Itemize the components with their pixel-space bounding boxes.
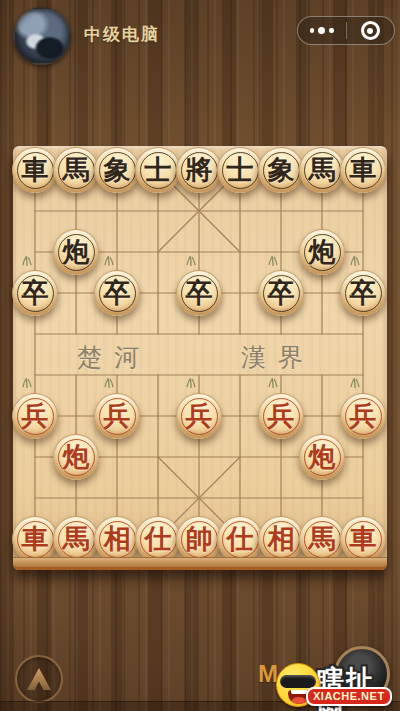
piece-red-cannon[interactable]: 炮: [53, 434, 99, 480]
piece-black-chariot[interactable]: 車: [12, 147, 58, 193]
piece-red-chariot[interactable]: 車: [12, 516, 58, 562]
grass-decoration: [351, 256, 359, 266]
piece-red-cannon[interactable]: 炮: [299, 434, 345, 480]
piece-red-soldier[interactable]: 兵: [258, 393, 304, 439]
miniprogram-capsule: [297, 16, 395, 45]
piece-red-elephant[interactable]: 相: [94, 516, 140, 562]
river-label-chu: 楚河: [77, 341, 151, 374]
piece-black-soldier[interactable]: 卒: [94, 270, 140, 316]
piece-black-cannon[interactable]: 炮: [299, 229, 345, 275]
up-arrow-icon: [25, 666, 53, 692]
piece-black-horse[interactable]: 馬: [299, 147, 345, 193]
watermark-site-domain: XIACHE.NET: [306, 687, 392, 706]
piece-black-soldier[interactable]: 卒: [340, 270, 386, 316]
grass-decoration: [269, 378, 277, 388]
more-options-button[interactable]: [298, 17, 346, 44]
piece-red-soldier[interactable]: 兵: [94, 393, 140, 439]
piece-black-soldier[interactable]: 卒: [12, 270, 58, 316]
piece-red-general[interactable]: 帥: [176, 516, 222, 562]
board-grid: [13, 146, 387, 570]
piece-red-soldier[interactable]: 兵: [340, 393, 386, 439]
exit-miniprogram-button[interactable]: [347, 17, 395, 44]
board-bevel-edge: [13, 557, 387, 570]
more-dots-icon: [310, 28, 315, 33]
piece-black-advisor[interactable]: 士: [217, 147, 263, 193]
game-screen: 中级电脑 楚河 漢界 車馬象士將士象馬車炮炮卒卒卒卒卒兵兵兵兵兵炮炮車馬相仕帥仕…: [0, 0, 400, 711]
piece-black-elephant[interactable]: 象: [258, 147, 304, 193]
piece-black-soldier[interactable]: 卒: [258, 270, 304, 316]
xiangqi-board[interactable]: 楚河 漢界 車馬象士將士象馬車炮炮卒卒卒卒卒兵兵兵兵兵炮炮車馬相仕帥仕相馬車: [13, 146, 387, 570]
piece-black-elephant[interactable]: 象: [94, 147, 140, 193]
piece-red-advisor[interactable]: 仕: [135, 516, 181, 562]
grass-decoration: [187, 256, 195, 266]
grass-decoration: [23, 378, 31, 388]
piece-black-chariot[interactable]: 車: [340, 147, 386, 193]
river-label-han: 漢界: [241, 341, 315, 374]
grass-decoration: [351, 378, 359, 388]
opponent-avatar: [13, 7, 71, 65]
grass-decoration: [269, 256, 277, 266]
opponent-name: 中级电脑: [84, 23, 160, 46]
piece-red-advisor[interactable]: 仕: [217, 516, 263, 562]
piece-black-cannon[interactable]: 炮: [53, 229, 99, 275]
piece-red-elephant[interactable]: 相: [258, 516, 304, 562]
piece-black-soldier[interactable]: 卒: [176, 270, 222, 316]
covered-label-fragment: M: [258, 660, 278, 688]
piece-black-general[interactable]: 將: [176, 147, 222, 193]
piece-black-advisor[interactable]: 士: [135, 147, 181, 193]
piece-red-horse[interactable]: 馬: [53, 516, 99, 562]
piece-black-horse[interactable]: 馬: [53, 147, 99, 193]
piece-red-soldier[interactable]: 兵: [176, 393, 222, 439]
exit-circle-icon: [361, 21, 380, 40]
grass-decoration: [187, 378, 195, 388]
piece-red-horse[interactable]: 馬: [299, 516, 345, 562]
expand-menu-button[interactable]: [15, 655, 63, 703]
grass-decoration: [23, 256, 31, 266]
piece-red-chariot[interactable]: 車: [340, 516, 386, 562]
piece-red-soldier[interactable]: 兵: [12, 393, 58, 439]
emoji-sunglasses-icon: [280, 675, 316, 688]
more-dots-icon: [329, 28, 334, 33]
more-dots-icon: [318, 27, 325, 34]
grass-decoration: [105, 256, 113, 266]
grass-decoration: [105, 378, 113, 388]
